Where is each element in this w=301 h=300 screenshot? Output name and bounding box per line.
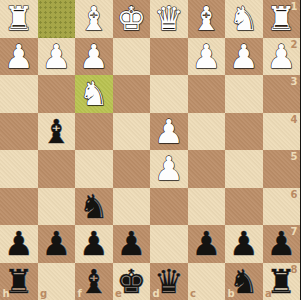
square-h2[interactable]: ♟ xyxy=(0,38,38,76)
square-d6[interactable] xyxy=(150,188,188,226)
black-pawn-a7[interactable]: ♟ xyxy=(266,225,296,263)
white-pawn-d4[interactable]: ♟ xyxy=(154,113,184,151)
square-h3[interactable] xyxy=(0,75,38,113)
square-h6[interactable] xyxy=(0,188,38,226)
square-b3[interactable] xyxy=(225,75,263,113)
square-e1[interactable]: ♚ xyxy=(113,0,151,38)
black-knight-b8[interactable]: ♞ xyxy=(229,263,259,300)
square-b1[interactable]: ♞ xyxy=(225,0,263,38)
white-pawn-h2[interactable]: ♟ xyxy=(4,38,34,76)
square-d3[interactable] xyxy=(150,75,188,113)
black-bishop-f8[interactable]: ♝ xyxy=(79,263,109,300)
white-queen-d1[interactable]: ♛ xyxy=(154,0,184,38)
square-a7[interactable]: 7♟ xyxy=(263,225,301,263)
white-bishop-f1[interactable]: ♝ xyxy=(79,0,109,38)
square-a8[interactable]: 8a♜ xyxy=(263,263,301,300)
square-e3[interactable] xyxy=(113,75,151,113)
black-knight-f6[interactable]: ♞ xyxy=(79,188,109,226)
square-c3[interactable] xyxy=(188,75,226,113)
square-a6[interactable]: 6 xyxy=(263,188,301,226)
white-pawn-a2[interactable]: ♟ xyxy=(266,38,296,76)
square-c4[interactable] xyxy=(188,113,226,151)
rank-label-4: 4 xyxy=(291,115,298,125)
square-c1[interactable]: ♝ xyxy=(188,0,226,38)
square-d1[interactable]: ♛ xyxy=(150,0,188,38)
square-c6[interactable] xyxy=(188,188,226,226)
black-pawn-f7[interactable]: ♟ xyxy=(79,225,109,263)
white-pawn-g2[interactable]: ♟ xyxy=(41,38,71,76)
square-d2[interactable] xyxy=(150,38,188,76)
rank-label-5: 5 xyxy=(291,152,298,162)
square-f6[interactable]: ♞ xyxy=(75,188,113,226)
square-b5[interactable] xyxy=(225,150,263,188)
square-b2[interactable]: ♟ xyxy=(225,38,263,76)
square-e5[interactable] xyxy=(113,150,151,188)
square-d5[interactable]: ♟ xyxy=(150,150,188,188)
white-pawn-d5[interactable]: ♟ xyxy=(154,150,184,188)
black-pawn-e7[interactable]: ♟ xyxy=(116,225,146,263)
black-pawn-b7[interactable]: ♟ xyxy=(229,225,259,263)
square-a2[interactable]: 2♟ xyxy=(263,38,301,76)
rank-label-6: 6 xyxy=(291,190,298,200)
square-b6[interactable] xyxy=(225,188,263,226)
square-c2[interactable]: ♟ xyxy=(188,38,226,76)
square-e4[interactable] xyxy=(113,113,151,151)
square-f5[interactable] xyxy=(75,150,113,188)
square-g6[interactable] xyxy=(38,188,76,226)
square-f1[interactable]: ♝ xyxy=(75,0,113,38)
square-d7[interactable] xyxy=(150,225,188,263)
square-e2[interactable] xyxy=(113,38,151,76)
white-knight-b1[interactable]: ♞ xyxy=(229,0,259,38)
square-f8[interactable]: f♝ xyxy=(75,263,113,300)
square-h5[interactable] xyxy=(0,150,38,188)
square-h7[interactable]: ♟ xyxy=(0,225,38,263)
square-b7[interactable]: ♟ xyxy=(225,225,263,263)
rank-label-3: 3 xyxy=(291,77,298,87)
square-d8[interactable]: d♛ xyxy=(150,263,188,300)
square-e8[interactable]: e♚ xyxy=(113,263,151,300)
square-c8[interactable]: c xyxy=(188,263,226,300)
white-pawn-f2[interactable]: ♟ xyxy=(79,38,109,76)
square-g4[interactable]: ♝ xyxy=(38,113,76,151)
white-king-e1[interactable]: ♚ xyxy=(116,0,146,38)
square-g7[interactable]: ♟ xyxy=(38,225,76,263)
black-pawn-h7[interactable]: ♟ xyxy=(4,225,34,263)
chess-board: ♜♝♚♛♝♞1♜♟♟♟♟♟2♟♞3♝♟4♟5♞6♟♟♟♟♟♟7♟h♜gf♝e♚d… xyxy=(0,0,300,300)
black-bishop-g4[interactable]: ♝ xyxy=(41,113,71,151)
file-label-g: g xyxy=(40,289,47,299)
white-pawn-b2[interactable]: ♟ xyxy=(229,38,259,76)
square-a5[interactable]: 5 xyxy=(263,150,301,188)
chess-board-container: ♜♝♚♛♝♞1♜♟♟♟♟♟2♟♞3♝♟4♟5♞6♟♟♟♟♟♟7♟h♜gf♝e♚d… xyxy=(0,0,300,300)
square-g1[interactable] xyxy=(38,0,76,38)
square-f3[interactable]: ♞ xyxy=(75,75,113,113)
square-b4[interactable] xyxy=(225,113,263,151)
square-e7[interactable]: ♟ xyxy=(113,225,151,263)
square-b8[interactable]: b♞ xyxy=(225,263,263,300)
square-f4[interactable] xyxy=(75,113,113,151)
square-g5[interactable] xyxy=(38,150,76,188)
square-a3[interactable]: 3 xyxy=(263,75,301,113)
white-bishop-c1[interactable]: ♝ xyxy=(191,0,221,38)
square-h4[interactable] xyxy=(0,113,38,151)
file-label-c: c xyxy=(190,289,196,299)
black-rook-h8[interactable]: ♜ xyxy=(4,263,34,300)
white-pawn-c2[interactable]: ♟ xyxy=(191,38,221,76)
square-f2[interactable]: ♟ xyxy=(75,38,113,76)
black-pawn-g7[interactable]: ♟ xyxy=(41,225,71,263)
square-a1[interactable]: 1♜ xyxy=(263,0,301,38)
black-king-e8[interactable]: ♚ xyxy=(116,263,146,300)
square-c7[interactable]: ♟ xyxy=(188,225,226,263)
white-rook-a1[interactable]: ♜ xyxy=(266,0,296,38)
black-rook-a8[interactable]: ♜ xyxy=(266,263,296,300)
black-queen-d8[interactable]: ♛ xyxy=(154,263,184,300)
square-h8[interactable]: h♜ xyxy=(0,263,38,300)
square-c5[interactable] xyxy=(188,150,226,188)
white-knight-f3[interactable]: ♞ xyxy=(79,75,109,113)
square-h1[interactable]: ♜ xyxy=(0,0,38,38)
square-g2[interactable]: ♟ xyxy=(38,38,76,76)
white-rook-h1[interactable]: ♜ xyxy=(4,0,34,38)
black-pawn-c7[interactable]: ♟ xyxy=(191,225,221,263)
square-f7[interactable]: ♟ xyxy=(75,225,113,263)
square-d4[interactable]: ♟ xyxy=(150,113,188,151)
square-g8[interactable]: g xyxy=(38,263,76,300)
square-g3[interactable] xyxy=(38,75,76,113)
square-a4[interactable]: 4 xyxy=(263,113,301,151)
square-e6[interactable] xyxy=(113,188,151,226)
